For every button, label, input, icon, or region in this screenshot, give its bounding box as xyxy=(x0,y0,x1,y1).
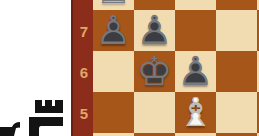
piece-black-pawn-b7[interactable]: ♟♙ xyxy=(134,10,175,51)
chess-site-logo xyxy=(0,92,66,136)
square-c5[interactable]: ♝♗ xyxy=(175,92,216,133)
square-c6[interactable]: ♟♙ xyxy=(175,51,216,92)
piece-white-bishop-c5[interactable]: ♝♗ xyxy=(175,92,216,133)
square-a6[interactable] xyxy=(93,51,134,92)
square-b6[interactable]: ♚♔ xyxy=(134,51,175,92)
square-e5[interactable] xyxy=(257,92,259,133)
square-d4[interactable] xyxy=(216,133,257,136)
black-pawn-detail-glyph: ♙ xyxy=(93,10,134,51)
square-b4[interactable] xyxy=(134,133,175,136)
logo-letterform-right xyxy=(29,117,63,136)
square-e7[interactable] xyxy=(257,10,259,51)
square-c4[interactable] xyxy=(175,133,216,136)
square-d6[interactable] xyxy=(216,51,257,92)
square-d8[interactable] xyxy=(216,0,257,10)
rank-label-5: 5 xyxy=(73,105,95,121)
square-c7[interactable] xyxy=(175,10,216,51)
chess-app-screenshot: 8765 ♜♖♟♙♟♙♚♔♟♙♝♗ xyxy=(0,0,259,136)
piece-black-king-b6[interactable]: ♚♔ xyxy=(134,51,175,92)
castle-battlement-icon xyxy=(35,100,63,113)
square-d5[interactable] xyxy=(216,92,257,133)
square-b5[interactable] xyxy=(134,92,175,133)
rank-label-8: 8 xyxy=(73,0,95,2)
square-a5[interactable] xyxy=(93,92,134,133)
square-e4[interactable] xyxy=(257,133,259,136)
logo-letterform-left xyxy=(0,122,20,136)
square-c8[interactable] xyxy=(175,0,216,10)
square-e6[interactable] xyxy=(257,51,259,92)
rank-number-strip: 8765 xyxy=(71,0,93,136)
rank-label-6: 6 xyxy=(73,64,95,80)
square-a7[interactable]: ♟♙ xyxy=(93,10,134,51)
piece-black-pawn-a7[interactable]: ♟♙ xyxy=(93,10,134,51)
white-bishop-detail-glyph: ♗ xyxy=(175,92,216,133)
square-b7[interactable]: ♟♙ xyxy=(134,10,175,51)
piece-black-pawn-c6[interactable]: ♟♙ xyxy=(175,51,216,92)
black-pawn-detail-glyph: ♙ xyxy=(134,10,175,51)
square-a4[interactable] xyxy=(93,133,134,136)
square-d7[interactable] xyxy=(216,10,257,51)
square-e8[interactable] xyxy=(257,0,259,10)
black-king-detail-glyph: ♔ xyxy=(134,51,175,92)
chess-board: ♜♖♟♙♟♙♚♔♟♙♝♗ xyxy=(93,0,259,136)
rank-label-7: 7 xyxy=(73,23,95,39)
black-pawn-detail-glyph: ♙ xyxy=(175,51,216,92)
